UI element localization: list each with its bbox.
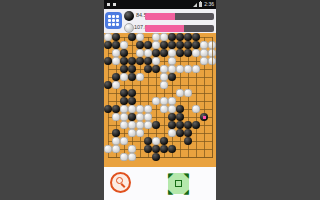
white-stone	[120, 121, 128, 129]
black-stone	[128, 65, 136, 73]
black-stone	[184, 41, 192, 49]
white-stone	[112, 145, 120, 153]
black-stone	[152, 49, 160, 57]
white-stone	[208, 57, 216, 65]
black-stone	[112, 129, 120, 137]
white-stone	[160, 73, 168, 81]
black-stone	[120, 89, 128, 97]
white-stone	[144, 49, 152, 57]
white-stone	[128, 145, 136, 153]
expand-board-icon: ◤	[168, 172, 173, 179]
white-stone	[152, 137, 160, 145]
white-stone	[168, 105, 176, 113]
white-stone	[200, 57, 208, 65]
black-stone	[184, 137, 192, 145]
last-move-marker	[203, 116, 206, 119]
white-stone	[208, 49, 216, 57]
black-stone	[144, 41, 152, 49]
white-stone	[192, 105, 200, 113]
white-stone	[192, 49, 200, 57]
black-stone	[128, 89, 136, 97]
black-stone	[136, 41, 144, 49]
white-stone	[112, 137, 120, 145]
black-stone	[128, 33, 136, 41]
white-stone	[160, 65, 168, 73]
grid-menu-icon	[108, 15, 111, 18]
black-stone	[152, 65, 160, 73]
black-stone	[184, 33, 192, 41]
white-stone	[160, 81, 168, 89]
white-stone	[128, 129, 136, 137]
white-stone	[152, 97, 160, 105]
white-score-bar	[145, 25, 214, 32]
white-stone	[120, 153, 128, 161]
black-stone	[160, 49, 168, 57]
white-stone	[120, 113, 128, 121]
black-stone	[120, 65, 128, 73]
black-stone	[192, 33, 200, 41]
black-stone	[176, 105, 184, 113]
black-stone	[152, 153, 160, 161]
black-stone	[160, 41, 168, 49]
board-grid	[108, 37, 213, 158]
signal-icon	[193, 3, 197, 7]
black-stone	[144, 137, 152, 145]
go-board[interactable]	[104, 33, 216, 167]
white-stone	[168, 65, 176, 73]
white-stone	[152, 33, 160, 41]
white-stone	[128, 153, 136, 161]
white-stone	[200, 41, 208, 49]
white-stone	[160, 105, 168, 113]
black-stone	[184, 121, 192, 129]
black-stone	[168, 145, 176, 153]
black-stone	[152, 121, 160, 129]
white-stone	[152, 41, 160, 49]
white-stone	[136, 49, 144, 57]
black-stone	[120, 97, 128, 105]
clock-text: 2:36	[204, 0, 214, 9]
white-stone	[208, 41, 216, 49]
white-stone	[176, 89, 184, 97]
white-stone	[168, 57, 176, 65]
white-stone	[200, 49, 208, 57]
expand-board-button[interactable]: ◤ ◥ ◣ ◢	[168, 173, 189, 194]
black-stone	[184, 129, 192, 137]
white-stone	[152, 57, 160, 65]
white-stone	[120, 73, 128, 81]
white-stone	[136, 105, 144, 113]
white-stone	[104, 145, 112, 153]
black-stone	[144, 65, 152, 73]
white-stone	[184, 65, 192, 73]
white-stone	[104, 33, 112, 41]
black-stone	[176, 129, 184, 137]
black-stone	[176, 41, 184, 49]
white-stone	[160, 33, 168, 41]
black-stone	[112, 105, 120, 113]
white-stone	[136, 113, 144, 121]
zoom-button[interactable]	[110, 172, 131, 193]
black-stone	[184, 49, 192, 57]
black-stone	[104, 81, 112, 89]
black-stone	[168, 121, 176, 129]
app-screen: 2:36 84.5 107.0 ◤ ◥ ◣	[104, 0, 216, 200]
black-stone	[168, 73, 176, 81]
black-stone	[128, 57, 136, 65]
black-stone	[152, 145, 160, 153]
black-stone	[176, 33, 184, 41]
notification-icon	[113, 3, 116, 6]
black-stone	[104, 57, 112, 65]
notification-icon	[107, 3, 110, 6]
white-stone	[128, 121, 136, 129]
black-stone	[176, 113, 184, 121]
black-stone	[168, 41, 176, 49]
white-stone	[144, 121, 152, 129]
white-stone	[120, 137, 128, 145]
white-stone	[112, 49, 120, 57]
black-stone	[176, 49, 184, 57]
white-stone	[168, 97, 176, 105]
black-stone	[176, 121, 184, 129]
black-stone	[128, 97, 136, 105]
white-stone	[120, 41, 128, 49]
menu-button[interactable]	[105, 12, 122, 29]
black-stone	[112, 33, 120, 41]
white-stone	[112, 81, 120, 89]
black-stone	[104, 41, 112, 49]
black-stone	[192, 41, 200, 49]
white-stone	[112, 113, 120, 121]
white-stone	[168, 49, 176, 57]
black-stone	[120, 49, 128, 57]
black-stone	[136, 57, 144, 65]
black-stone	[168, 113, 176, 121]
black-stone	[144, 145, 152, 153]
white-stone	[136, 33, 144, 41]
white-stone	[192, 65, 200, 73]
score-panel: 84.5 107.0	[104, 9, 216, 33]
black-stone	[160, 145, 168, 153]
black-stone	[104, 105, 112, 113]
white-stone	[184, 89, 192, 97]
black-stone	[128, 113, 136, 121]
black-stone	[144, 57, 152, 65]
white-stone	[144, 113, 152, 121]
white-stone	[136, 129, 144, 137]
white-score-bar-fill	[145, 25, 184, 32]
white-stone	[136, 121, 144, 129]
battery-icon	[199, 2, 202, 7]
white-stone	[176, 65, 184, 73]
black-stone	[128, 73, 136, 81]
black-stone	[112, 73, 120, 81]
white-stone	[128, 105, 136, 113]
white-stone	[168, 129, 176, 137]
white-stone	[144, 105, 152, 113]
black-stone	[112, 41, 120, 49]
black-stone	[168, 33, 176, 41]
black-stone	[160, 137, 168, 145]
black-stone	[192, 121, 200, 129]
black-stone	[200, 113, 208, 121]
status-bar: 2:36	[104, 0, 216, 9]
white-stone	[136, 73, 144, 81]
black-player-stone-icon	[124, 11, 134, 21]
white-stone	[120, 105, 128, 113]
white-stone	[160, 97, 168, 105]
black-stone	[120, 57, 128, 65]
black-score-bar	[145, 13, 214, 20]
white-player-stone-icon	[124, 23, 134, 33]
white-stone	[112, 57, 120, 65]
bottom-toolbar: ◤ ◥ ◣ ◢	[104, 167, 216, 200]
black-score-bar-fill	[145, 13, 175, 20]
